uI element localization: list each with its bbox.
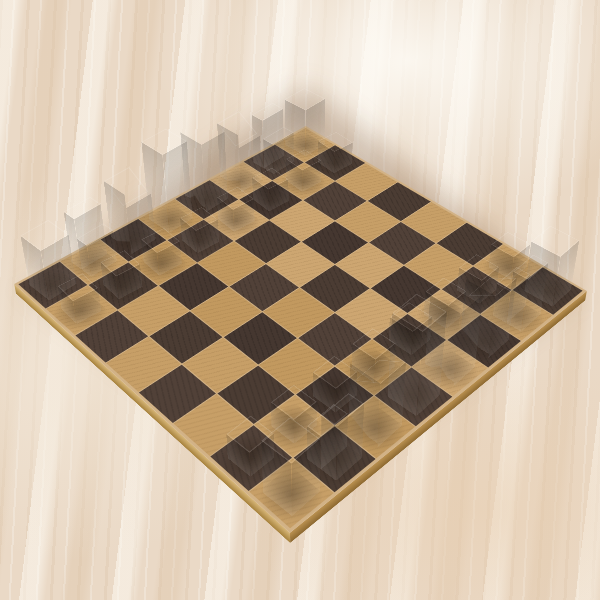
piece-black-pawn[interactable] [318, 153, 352, 173]
perspective-wrapper [0, 0, 600, 600]
piece-black-pawn[interactable] [286, 170, 321, 191]
piece-black-pawn[interactable] [62, 296, 102, 324]
piece-black-pawn[interactable] [218, 208, 255, 231]
piece-white-rook[interactable] [263, 469, 320, 516]
scene [0, 0, 600, 600]
chess-board[interactable] [14, 126, 587, 533]
piece-black-pawn[interactable] [182, 229, 219, 253]
piece-black-pawn[interactable] [144, 250, 182, 275]
piece-black-pawn[interactable] [253, 189, 289, 211]
piece-black-pawn[interactable] [104, 272, 143, 299]
